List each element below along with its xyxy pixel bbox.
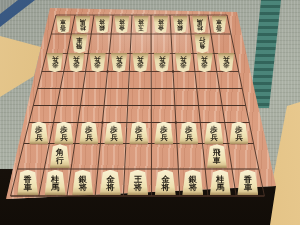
piece-sente-pawn[interactable]: 歩兵	[79, 122, 98, 145]
piece-sente-rook[interactable]: 飛車	[207, 144, 227, 168]
piece-kanji: 歩兵	[135, 126, 142, 141]
piece-gote-lance[interactable]: 香車	[56, 16, 71, 34]
piece-sente-gold[interactable]: 金将	[100, 170, 121, 195]
piece-gote-pawn[interactable]: 歩兵	[154, 53, 170, 73]
piece-sente-silver[interactable]: 銀将	[182, 170, 203, 195]
piece-kanji: 桂馬	[51, 175, 59, 192]
piece-gote-pawn[interactable]: 歩兵	[111, 53, 127, 73]
piece-sente-pawn[interactable]: 歩兵	[29, 122, 48, 145]
shogi-photo-scene: 香車桂馬銀将金将玉将金将銀将桂馬香車飛車角行歩兵歩兵歩兵歩兵歩兵歩兵歩兵歩兵歩兵…	[0, 0, 300, 225]
piece-sente-lance[interactable]: 香車	[237, 170, 258, 195]
piece-sente-pawn[interactable]: 歩兵	[104, 122, 123, 145]
piece-kanji: 金将	[119, 18, 125, 30]
piece-kanji: 歩兵	[137, 55, 143, 68]
piece-kanji: 香車	[216, 18, 222, 30]
piece-kanji: 金将	[106, 175, 114, 192]
piece-kanji: 歩兵	[52, 55, 58, 68]
piece-sente-gold[interactable]: 金将	[155, 170, 176, 195]
piece-kanji: 歩兵	[210, 126, 217, 141]
piece-kanji: 歩兵	[160, 126, 167, 141]
piece-kanji: 香車	[244, 175, 252, 192]
piece-gote-pawn[interactable]: 歩兵	[68, 53, 84, 73]
piece-kanji: 歩兵	[94, 55, 100, 68]
piece-kanji: 香車	[60, 18, 66, 30]
piece-sente-knight[interactable]: 桂馬	[210, 170, 231, 195]
piece-sente-pawn[interactable]: 歩兵	[154, 122, 173, 145]
piece-kanji: 金将	[161, 175, 169, 192]
piece-kanji: 歩兵	[235, 126, 242, 141]
piece-kanji: 玉将	[138, 18, 144, 30]
piece-kanji: 銀将	[79, 175, 87, 192]
piece-sente-king[interactable]: 王将	[127, 170, 148, 195]
piece-kanji: 銀将	[189, 175, 197, 192]
piece-sente-pawn[interactable]: 歩兵	[179, 122, 198, 145]
piece-sente-pawn[interactable]: 歩兵	[129, 122, 148, 145]
piece-gote-pawn[interactable]: 歩兵	[197, 53, 213, 73]
piece-kanji: 香車	[24, 175, 32, 192]
piece-kanji: 歩兵	[201, 55, 207, 68]
piece-kanji: 歩兵	[180, 55, 186, 68]
piece-kanji: 飛車	[213, 149, 221, 165]
piece-gote-pawn[interactable]: 歩兵	[218, 53, 234, 73]
piece-kanji: 銀将	[99, 18, 105, 30]
piece-gote-pawn[interactable]: 歩兵	[175, 53, 191, 73]
piece-kanji: 歩兵	[60, 126, 67, 141]
piece-gote-bishop[interactable]: 角行	[194, 34, 210, 53]
piece-kanji: 歩兵	[35, 126, 42, 141]
piece-sente-knight[interactable]: 桂馬	[45, 170, 66, 195]
piece-kanji: 桂馬	[197, 18, 203, 30]
piece-kanji: 銀将	[177, 18, 183, 30]
piece-kanji: 歩兵	[73, 55, 79, 68]
piece-kanji: 桂馬	[216, 175, 224, 192]
piece-sente-bishop[interactable]: 角行	[50, 144, 70, 168]
piece-gote-silver[interactable]: 銀将	[173, 16, 188, 34]
piece-gote-silver[interactable]: 銀将	[95, 16, 110, 34]
piece-kanji: 金将	[158, 18, 164, 30]
piece-kanji: 角行	[199, 37, 205, 49]
piece-kanji: 歩兵	[110, 126, 117, 141]
piece-gote-lance[interactable]: 香車	[212, 16, 227, 34]
piece-sente-pawn[interactable]: 歩兵	[54, 122, 73, 145]
piece-gote-gold[interactable]: 金将	[114, 16, 129, 34]
piece-kanji: 桂馬	[80, 18, 86, 30]
piece-gote-gold[interactable]: 金将	[153, 16, 168, 34]
piece-sente-pawn[interactable]: 歩兵	[204, 122, 223, 145]
piece-kanji: 歩兵	[116, 55, 122, 68]
piece-sente-silver[interactable]: 銀将	[72, 170, 93, 195]
piece-gote-pawn[interactable]: 歩兵	[132, 53, 148, 73]
piece-kanji: 歩兵	[159, 55, 165, 68]
piece-kanji: 角行	[56, 149, 64, 165]
piece-kanji: 歩兵	[85, 126, 92, 141]
piece-kanji: 歩兵	[223, 55, 229, 68]
pieces-layer: 香車桂馬銀将金将玉将金将銀将桂馬香車飛車角行歩兵歩兵歩兵歩兵歩兵歩兵歩兵歩兵歩兵…	[0, 0, 300, 225]
piece-sente-lance[interactable]: 香車	[17, 170, 38, 195]
piece-kanji: 飛車	[76, 37, 82, 49]
piece-gote-rook[interactable]: 飛車	[72, 34, 88, 53]
piece-gote-pawn[interactable]: 歩兵	[89, 53, 105, 73]
piece-gote-knight[interactable]: 桂馬	[75, 16, 90, 34]
piece-sente-pawn[interactable]: 歩兵	[229, 122, 248, 145]
piece-gote-king[interactable]: 玉将	[134, 16, 149, 34]
piece-gote-pawn[interactable]: 歩兵	[47, 53, 63, 73]
piece-kanji: 王将	[134, 175, 142, 192]
piece-gote-knight[interactable]: 桂馬	[192, 16, 207, 34]
piece-kanji: 歩兵	[185, 126, 192, 141]
